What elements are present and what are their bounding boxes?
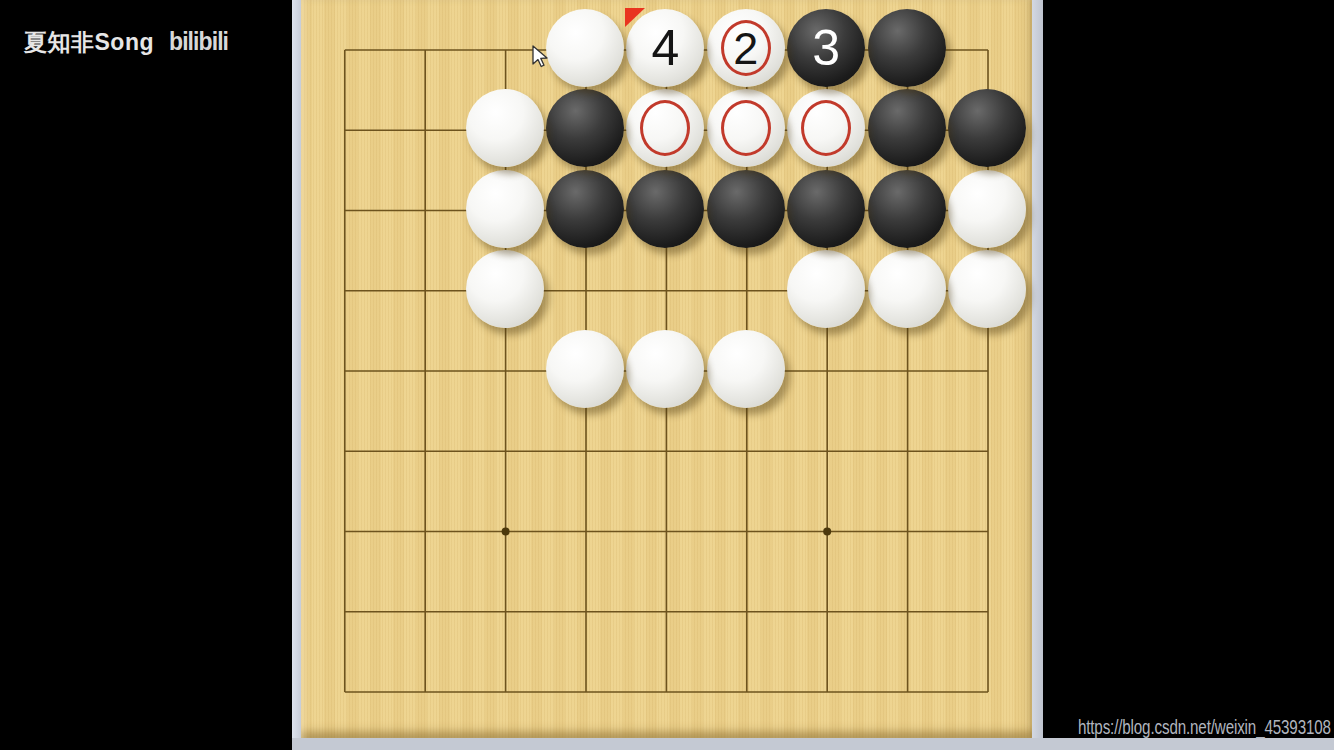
go-stone-white[interactable] bbox=[787, 89, 865, 167]
go-stone-white[interactable] bbox=[948, 250, 1026, 328]
go-stone-white[interactable]: 2 bbox=[707, 9, 785, 87]
go-stone-white[interactable] bbox=[466, 170, 544, 248]
bilibili-logo: bilibili bbox=[169, 27, 228, 56]
red-circle-mark bbox=[721, 100, 771, 156]
channel-name: 夏知非Song bbox=[24, 27, 154, 58]
go-stone-white[interactable] bbox=[546, 9, 624, 87]
go-stone-black[interactable] bbox=[948, 89, 1026, 167]
move-number-label: 2 bbox=[707, 9, 785, 87]
go-stone-white[interactable] bbox=[546, 330, 624, 408]
watermark-url: https://blog.csdn.net/weixin_45393108 bbox=[1078, 716, 1331, 739]
go-stone-black[interactable] bbox=[626, 170, 704, 248]
go-stone-black[interactable] bbox=[546, 89, 624, 167]
go-stone-black[interactable] bbox=[868, 170, 946, 248]
go-stone-white[interactable] bbox=[787, 250, 865, 328]
go-stone-black[interactable]: 3 bbox=[787, 9, 865, 87]
video-frame: 324 夏知非Song bilibili https://blog.csdn.n… bbox=[0, 0, 1334, 750]
triangle-marker bbox=[625, 8, 645, 27]
go-stone-white[interactable] bbox=[948, 170, 1026, 248]
mouse-cursor-icon bbox=[531, 45, 549, 69]
go-stone-black[interactable] bbox=[868, 89, 946, 167]
go-stone-black[interactable] bbox=[546, 170, 624, 248]
red-circle-mark bbox=[801, 100, 851, 156]
go-stone-white[interactable] bbox=[466, 89, 544, 167]
go-stone-white[interactable] bbox=[707, 89, 785, 167]
move-number-label: 3 bbox=[787, 9, 865, 87]
go-stone-black[interactable] bbox=[868, 9, 946, 87]
hoshi-point bbox=[823, 528, 831, 536]
go-stone-white[interactable] bbox=[868, 250, 946, 328]
red-circle-mark bbox=[640, 100, 690, 156]
watermark-top-left: 夏知非Song bilibili bbox=[24, 27, 233, 58]
go-stone-white[interactable] bbox=[707, 330, 785, 408]
go-stone-white[interactable] bbox=[626, 330, 704, 408]
go-stone-white[interactable] bbox=[466, 250, 544, 328]
go-stone-black[interactable] bbox=[787, 170, 865, 248]
hoshi-point bbox=[502, 528, 510, 536]
go-stone-black[interactable] bbox=[707, 170, 785, 248]
